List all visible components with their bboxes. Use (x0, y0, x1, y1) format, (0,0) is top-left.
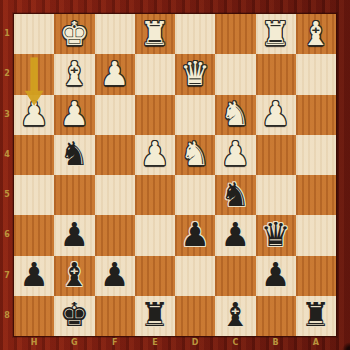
square-a1[interactable]: ♝ (296, 14, 336, 54)
square-e5[interactable] (135, 175, 175, 215)
square-b7[interactable]: ♟ (256, 256, 296, 296)
square-a5[interactable] (296, 175, 336, 215)
piece-white-pawn[interactable]: ♟ (261, 97, 291, 130)
square-e8[interactable]: ♜ (135, 296, 175, 336)
square-h7[interactable]: ♟ (14, 256, 54, 296)
chess-board-widget: ♚♜♜♝♝♟♛♟♟♞♟♞♟♞♟♞♟♟♟♛♟♝♟♟♚♜♝♜ 12345678HGF… (0, 0, 350, 350)
square-e3[interactable] (135, 95, 175, 135)
square-b6[interactable]: ♛ (256, 215, 296, 255)
square-h8[interactable] (14, 296, 54, 336)
square-b2[interactable] (256, 54, 296, 94)
square-g7[interactable]: ♝ (54, 256, 94, 296)
square-e4[interactable]: ♟ (135, 135, 175, 175)
piece-white-pawn[interactable]: ♟ (221, 137, 251, 170)
square-d6[interactable]: ♟ (175, 215, 215, 255)
square-e2[interactable] (135, 54, 175, 94)
square-h2[interactable] (14, 54, 54, 94)
square-a4[interactable] (296, 135, 336, 175)
piece-white-bishop[interactable]: ♝ (60, 57, 90, 90)
square-d7[interactable] (175, 256, 215, 296)
file-label-c: C (225, 336, 245, 350)
square-g1[interactable]: ♚ (54, 14, 94, 54)
square-h4[interactable] (14, 135, 54, 175)
chess-board[interactable]: ♚♜♜♝♝♟♛♟♟♞♟♞♟♞♟♞♟♟♟♛♟♝♟♟♚♜♝♜ (14, 14, 336, 336)
corner-shade (338, 338, 350, 350)
piece-white-rook[interactable]: ♜ (140, 17, 170, 50)
rank-label-2: 2 (0, 69, 14, 78)
square-d3[interactable] (175, 95, 215, 135)
square-d1[interactable] (175, 14, 215, 54)
piece-black-queen[interactable]: ♛ (261, 218, 291, 251)
square-b4[interactable] (256, 135, 296, 175)
piece-white-bishop[interactable]: ♝ (301, 17, 331, 50)
square-h1[interactable] (14, 14, 54, 54)
square-f7[interactable]: ♟ (95, 256, 135, 296)
rank-label-1: 1 (0, 29, 14, 38)
square-g3[interactable]: ♟ (54, 95, 94, 135)
square-e1[interactable]: ♜ (135, 14, 175, 54)
rank-label-3: 3 (0, 110, 14, 119)
piece-black-pawn[interactable]: ♟ (261, 258, 291, 291)
square-h6[interactable] (14, 215, 54, 255)
piece-black-pawn[interactable]: ♟ (100, 258, 130, 291)
file-label-b: B (266, 336, 286, 350)
square-h5[interactable] (14, 175, 54, 215)
piece-white-queen[interactable]: ♛ (180, 57, 210, 90)
file-label-a: A (306, 336, 326, 350)
piece-white-knight[interactable]: ♞ (180, 137, 210, 170)
square-b8[interactable] (256, 296, 296, 336)
square-d4[interactable]: ♞ (175, 135, 215, 175)
piece-black-knight[interactable]: ♞ (60, 137, 90, 170)
square-c8[interactable]: ♝ (215, 296, 255, 336)
square-a7[interactable] (296, 256, 336, 296)
square-g4[interactable]: ♞ (54, 135, 94, 175)
rank-label-5: 5 (0, 190, 14, 199)
square-c1[interactable] (215, 14, 255, 54)
rank-label-7: 7 (0, 271, 14, 280)
square-g2[interactable]: ♝ (54, 54, 94, 94)
piece-black-bishop[interactable]: ♝ (60, 258, 90, 291)
file-label-g: G (64, 336, 84, 350)
piece-black-bishop[interactable]: ♝ (221, 298, 251, 331)
piece-white-king[interactable]: ♚ (60, 17, 90, 50)
piece-white-pawn[interactable]: ♟ (19, 97, 49, 130)
square-c7[interactable] (215, 256, 255, 296)
square-c2[interactable] (215, 54, 255, 94)
square-a6[interactable] (296, 215, 336, 255)
square-a3[interactable] (296, 95, 336, 135)
square-f4[interactable] (95, 135, 135, 175)
square-c3[interactable]: ♞ (215, 95, 255, 135)
square-g8[interactable]: ♚ (54, 296, 94, 336)
square-f8[interactable] (95, 296, 135, 336)
square-f3[interactable] (95, 95, 135, 135)
square-f6[interactable] (95, 215, 135, 255)
square-f2[interactable]: ♟ (95, 54, 135, 94)
file-label-e: E (145, 336, 165, 350)
piece-black-knight[interactable]: ♞ (221, 178, 251, 211)
square-g6[interactable]: ♟ (54, 215, 94, 255)
piece-white-pawn[interactable]: ♟ (60, 97, 90, 130)
piece-white-pawn[interactable]: ♟ (100, 57, 130, 90)
square-d2[interactable]: ♛ (175, 54, 215, 94)
file-label-d: D (185, 336, 205, 350)
square-c6[interactable]: ♟ (215, 215, 255, 255)
piece-black-pawn[interactable]: ♟ (221, 218, 251, 251)
piece-black-pawn[interactable]: ♟ (19, 258, 49, 291)
square-b5[interactable] (256, 175, 296, 215)
square-f5[interactable] (95, 175, 135, 215)
file-label-h: H (24, 336, 44, 350)
rank-label-8: 8 (0, 311, 14, 320)
square-e7[interactable] (135, 256, 175, 296)
file-label-f: F (105, 336, 125, 350)
piece-black-rook[interactable]: ♜ (301, 298, 331, 331)
square-b1[interactable]: ♜ (256, 14, 296, 54)
square-a2[interactable] (296, 54, 336, 94)
square-d8[interactable] (175, 296, 215, 336)
piece-white-rook[interactable]: ♜ (261, 17, 291, 50)
square-a8[interactable]: ♜ (296, 296, 336, 336)
rank-label-4: 4 (0, 150, 14, 159)
piece-black-king[interactable]: ♚ (60, 298, 90, 331)
square-d5[interactable] (175, 175, 215, 215)
piece-white-knight[interactable]: ♞ (221, 97, 251, 130)
piece-black-pawn[interactable]: ♟ (60, 218, 90, 251)
square-g5[interactable] (54, 175, 94, 215)
square-b3[interactable]: ♟ (256, 95, 296, 135)
piece-black-rook[interactable]: ♜ (140, 298, 170, 331)
square-c5[interactable]: ♞ (215, 175, 255, 215)
square-c4[interactable]: ♟ (215, 135, 255, 175)
square-f1[interactable] (95, 14, 135, 54)
square-h3[interactable]: ♟ (14, 95, 54, 135)
piece-black-pawn[interactable]: ♟ (180, 218, 210, 251)
piece-white-pawn[interactable]: ♟ (140, 137, 170, 170)
rank-label-6: 6 (0, 230, 14, 239)
square-e6[interactable] (135, 215, 175, 255)
